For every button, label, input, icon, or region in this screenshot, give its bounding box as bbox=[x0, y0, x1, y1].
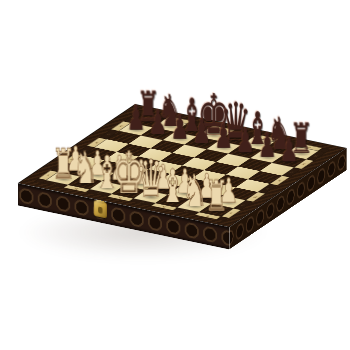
black-knight-b8: ♞ bbox=[258, 66, 301, 146]
black-rook-h8: ♜ bbox=[126, 39, 169, 119]
black-pawn-b7: ♟ bbox=[245, 75, 288, 155]
chess-board: hgfedcba hgfedcba 87654321 87654321 ♜♞♝♚… bbox=[18, 104, 347, 227]
black-king-e8: ♚ bbox=[192, 53, 235, 133]
product-photo: hgfedcba hgfedcba 87654321 87654321 ♜♞♝♚… bbox=[0, 0, 350, 350]
black-queen-d8: ♛ bbox=[214, 57, 257, 137]
black-rook-a8: ♜ bbox=[279, 71, 322, 151]
brass-clasp-icon bbox=[94, 200, 107, 218]
black-bishop-f8: ♝ bbox=[170, 48, 213, 128]
piece-contact-shadow bbox=[204, 206, 229, 215]
black-knight-g8: ♞ bbox=[148, 44, 191, 124]
piece-contact-shadow bbox=[276, 157, 301, 166]
black-bishop-c8: ♝ bbox=[236, 62, 279, 142]
strip-corner bbox=[217, 217, 229, 222]
